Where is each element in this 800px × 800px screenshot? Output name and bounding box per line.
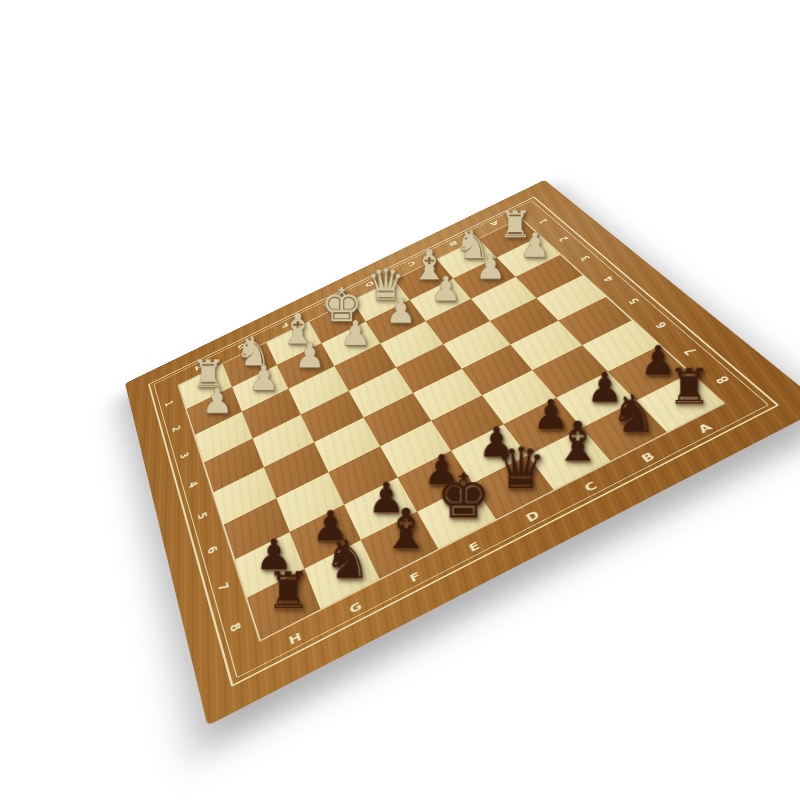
piece-black-queen-d8[interactable]: ♛ [495,440,546,497]
piece-white-pawn-d2[interactable]: ♟ [385,294,416,328]
square-c5[interactable] [462,345,532,396]
piece-black-knight-g8[interactable]: ♞ [323,533,371,587]
piece-white-pawn-g2[interactable]: ♟ [248,361,279,395]
chess-board: ♜♞♝♚♛♝♞♜♟♟♟♟♟♟♟♟♟♟♟♟♟♟♟♟♜♞♝♚♛♝♞♜HHGGFFEE… [125,180,800,726]
piece-white-pawn-c2[interactable]: ♟ [430,272,460,306]
playing-area: ♜♞♝♚♛♝♞♜♟♟♟♟♟♟♟♟♟♟♟♟♟♟♟♟♜♞♝♚♛♝♞♜HHGGFFEE… [179,219,722,640]
piece-black-rook-a8[interactable]: ♜ [667,363,711,412]
product-photo-page: { "game": "chess", "position": "rnbqkbnr… [0,0,800,800]
square-h8[interactable]: ♜ [247,569,320,640]
piece-black-rook-h8[interactable]: ♜ [265,566,310,616]
piece-black-knight-b8[interactable]: ♞ [610,388,657,440]
coord-label-rank-8-left: 8 [204,604,268,652]
coord-label-rank-5-right: 5 [604,284,664,318]
piece-black-bishop-c8[interactable]: ♝ [552,414,601,469]
piece-white-pawn-f2[interactable]: ♟ [294,339,325,373]
piece-white-pawn-b2[interactable]: ♟ [475,250,505,284]
piece-white-pawn-h2[interactable]: ♟ [201,384,232,419]
piece-black-king-e8[interactable]: ♚ [436,466,491,527]
piece-white-pawn-a2[interactable]: ♟ [519,229,549,263]
square-e4[interactable] [349,367,413,417]
piece-black-bishop-f8[interactable]: ♝ [380,501,430,557]
coord-label-rank-4-right: 4 [580,263,637,295]
piece-white-pawn-e2[interactable]: ♟ [340,316,371,350]
